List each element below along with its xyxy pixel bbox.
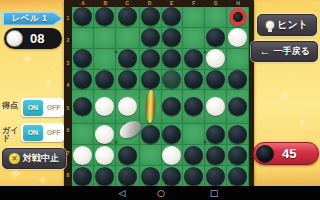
black-stone xyxy=(141,125,160,144)
android-back-icon[interactable]: ◁ xyxy=(114,186,130,200)
cell-A6[interactable] xyxy=(72,124,94,145)
guide-toggle-off[interactable]: OFF xyxy=(43,123,64,142)
cell-C8[interactable] xyxy=(116,166,140,187)
row-label-6: 6 xyxy=(64,120,72,143)
cell-F1[interactable] xyxy=(183,7,205,28)
cell-E4[interactable] xyxy=(162,70,184,91)
cell-F3[interactable] xyxy=(183,49,205,70)
cell-H2[interactable] xyxy=(227,28,249,49)
cell-F5[interactable] xyxy=(183,90,205,124)
black-stone xyxy=(118,7,137,26)
black-stone xyxy=(95,70,114,89)
sparkle xyxy=(55,70,57,72)
cell-B1[interactable] xyxy=(94,7,116,28)
white-score-value: 08 xyxy=(30,31,44,46)
white-stone xyxy=(95,146,114,165)
black-stone xyxy=(162,125,181,144)
cell-H5[interactable] xyxy=(227,90,249,124)
black-stone xyxy=(228,167,247,186)
black-stone xyxy=(228,70,247,89)
black-stone xyxy=(118,70,137,89)
board-column-labels: ABCDEFGH xyxy=(72,0,249,7)
cell-C4[interactable] xyxy=(116,70,140,91)
reversi-board[interactable] xyxy=(72,7,249,187)
black-stone xyxy=(162,49,181,68)
cell-F6[interactable] xyxy=(183,124,205,145)
column-label-G: G xyxy=(205,0,227,7)
column-label-F: F xyxy=(183,0,205,7)
guide-toggle-on[interactable]: ON xyxy=(23,125,44,141)
black-stone-last-move xyxy=(229,8,247,26)
black-stone-icon xyxy=(256,145,274,163)
left-arrow-icon: ← xyxy=(259,46,270,57)
row-label-2: 2 xyxy=(64,30,72,53)
black-stone xyxy=(118,146,137,165)
cell-H7[interactable] xyxy=(227,145,249,166)
cell-D1[interactable] xyxy=(140,7,162,28)
level-label: レベル 1 xyxy=(12,13,54,25)
cell-D4[interactable] xyxy=(140,70,162,91)
undo-label: 一手戻る xyxy=(273,45,309,58)
cell-C1[interactable] xyxy=(116,7,140,28)
cell-A3[interactable] xyxy=(72,49,94,70)
star-point xyxy=(204,141,207,144)
score-toggle-on[interactable]: ON xyxy=(23,100,44,116)
cell-C2[interactable] xyxy=(116,28,140,49)
cell-B2[interactable] xyxy=(94,28,116,49)
column-label-E: E xyxy=(161,0,183,7)
score-toggle-off[interactable]: OFF xyxy=(43,98,64,117)
cell-D8[interactable] xyxy=(140,166,162,187)
cell-H8[interactable] xyxy=(227,166,249,187)
game-screen: ABCDEFGH 12345678 レベル 1 08 得点 ON OFF ガイド… xyxy=(0,0,320,200)
cell-C5[interactable] xyxy=(116,90,140,124)
cell-G4[interactable] xyxy=(205,70,227,91)
white-stone xyxy=(73,146,92,165)
cell-A8[interactable] xyxy=(72,166,94,187)
black-stone xyxy=(184,49,203,68)
white-stone-icon xyxy=(6,30,23,47)
black-stone xyxy=(228,97,247,116)
score-toggle[interactable]: ON OFF xyxy=(21,98,64,117)
white-stone xyxy=(206,97,225,116)
black-stone xyxy=(184,146,203,165)
level-banner-inner: レベル 1 xyxy=(4,13,62,25)
cell-D2[interactable] xyxy=(140,28,162,49)
row-label-1: 1 xyxy=(64,7,72,30)
column-label-H: H xyxy=(227,0,249,7)
black-stone xyxy=(118,49,137,68)
black-stone xyxy=(73,7,92,26)
sparkle xyxy=(39,177,46,184)
cell-H3[interactable] xyxy=(227,49,249,70)
black-stone xyxy=(206,167,225,186)
row-label-3: 3 xyxy=(64,52,72,75)
undo-button[interactable]: ← 一手戻る xyxy=(251,41,318,62)
black-stone-placing xyxy=(162,70,181,89)
lightbulb-icon xyxy=(266,21,274,29)
row-label-5: 5 xyxy=(64,97,72,120)
cell-F7[interactable] xyxy=(183,145,205,166)
cell-E8[interactable] xyxy=(162,166,184,187)
black-stone xyxy=(95,167,114,186)
black-stone xyxy=(162,97,181,116)
white-stone xyxy=(95,125,114,144)
cell-G6[interactable] xyxy=(205,124,227,145)
cell-G2[interactable] xyxy=(205,28,227,49)
cell-C3[interactable] xyxy=(116,49,140,70)
black-stone xyxy=(206,146,225,165)
cell-G3[interactable] xyxy=(205,49,227,70)
cell-E7[interactable] xyxy=(162,145,184,166)
cell-C7[interactable] xyxy=(116,145,140,166)
column-label-C: C xyxy=(116,0,138,7)
cell-F8[interactable] xyxy=(183,166,205,187)
cell-D7[interactable] xyxy=(140,145,162,166)
cell-F2[interactable] xyxy=(183,28,205,49)
cell-D6[interactable] xyxy=(140,124,162,145)
level-banner: レベル 1 xyxy=(2,11,63,26)
cell-B7[interactable] xyxy=(94,145,116,166)
black-stone xyxy=(95,7,114,26)
black-stone xyxy=(141,28,160,47)
black-stone xyxy=(206,70,225,89)
cell-G8[interactable] xyxy=(205,166,227,187)
black-stone xyxy=(228,146,247,165)
black-stone xyxy=(141,167,160,186)
row-label-4: 4 xyxy=(64,75,72,98)
sparkle xyxy=(281,91,289,99)
cell-H1[interactable] xyxy=(227,7,249,28)
cell-E1[interactable] xyxy=(162,7,184,28)
score-toggle-label: 得点 xyxy=(2,102,21,110)
abort-game-button[interactable]: ✕ 対戦中止 xyxy=(2,148,66,169)
cell-E2[interactable] xyxy=(162,28,184,49)
black-stone xyxy=(118,167,137,186)
cell-G1[interactable] xyxy=(205,7,227,28)
cell-E3[interactable] xyxy=(162,49,184,70)
sparkle xyxy=(18,120,20,122)
cell-D3[interactable] xyxy=(140,49,162,70)
cell-B3[interactable] xyxy=(94,49,116,70)
android-recents-icon[interactable]: □ xyxy=(206,186,222,200)
cell-H6[interactable] xyxy=(227,124,249,145)
cell-G7[interactable] xyxy=(205,145,227,166)
white-stone xyxy=(95,97,114,116)
hint-button[interactable]: ヒント xyxy=(257,14,317,36)
black-stone xyxy=(184,70,203,89)
white-stone xyxy=(228,28,247,47)
android-nav-bar: ◁ ○ □ xyxy=(0,186,320,200)
column-label-A: A xyxy=(72,0,94,7)
sparkle xyxy=(299,119,306,126)
black-stone xyxy=(206,28,225,47)
black-stone xyxy=(73,167,92,186)
sparkle xyxy=(11,169,21,179)
guide-toggle-label: ガイド xyxy=(2,127,21,143)
cell-B5[interactable] xyxy=(94,90,116,124)
abort-game-label: 対戦中止 xyxy=(23,152,59,165)
cell-B4[interactable] xyxy=(94,70,116,91)
cell-B6[interactable] xyxy=(94,124,116,145)
sparkle xyxy=(23,55,31,63)
board-frame: ABCDEFGH 12345678 xyxy=(64,0,254,189)
sparkle xyxy=(45,79,52,86)
cell-B8[interactable] xyxy=(94,166,116,187)
hint-label: ヒント xyxy=(277,18,308,32)
flipping-stone-gold xyxy=(145,90,155,123)
column-label-B: B xyxy=(94,0,116,7)
cell-E6[interactable] xyxy=(162,124,184,145)
white-stone xyxy=(206,49,225,68)
cell-A1[interactable] xyxy=(72,7,94,28)
black-stone xyxy=(141,70,160,89)
cell-G5[interactable] xyxy=(205,90,227,124)
star-point xyxy=(204,51,207,54)
black-score-pill: 45 xyxy=(253,142,319,165)
black-stone xyxy=(228,125,247,144)
black-stone xyxy=(73,70,92,89)
cell-A4[interactable] xyxy=(72,70,94,91)
white-stone xyxy=(118,97,137,116)
row-label-8: 8 xyxy=(64,165,72,188)
cell-C6[interactable] xyxy=(116,124,140,145)
black-stone xyxy=(73,49,92,68)
black-stone xyxy=(206,125,225,144)
cell-A2[interactable] xyxy=(72,28,94,49)
cell-F4[interactable] xyxy=(183,70,205,91)
black-stone xyxy=(184,97,203,116)
sparkle xyxy=(290,75,292,77)
cell-H4[interactable] xyxy=(227,70,249,91)
black-stone xyxy=(184,167,203,186)
star-point xyxy=(115,141,118,144)
black-stone xyxy=(162,167,181,186)
black-stone xyxy=(141,7,160,26)
guide-toggle[interactable]: ON OFF xyxy=(21,123,64,142)
black-stone xyxy=(141,49,160,68)
black-score-value: 45 xyxy=(282,146,296,161)
star-point xyxy=(115,51,118,54)
black-stone xyxy=(162,28,181,47)
white-score-pill: 08 xyxy=(4,28,62,49)
cell-D5[interactable] xyxy=(140,90,162,124)
cell-E5[interactable] xyxy=(162,90,184,124)
x-circle-icon: ✕ xyxy=(9,153,20,164)
black-stone xyxy=(73,97,92,116)
black-stone xyxy=(162,7,181,26)
android-home-icon[interactable]: ○ xyxy=(153,186,169,200)
cell-A5[interactable] xyxy=(72,90,94,124)
column-label-D: D xyxy=(138,0,160,7)
cell-A7[interactable] xyxy=(72,145,94,166)
white-stone xyxy=(162,146,181,165)
